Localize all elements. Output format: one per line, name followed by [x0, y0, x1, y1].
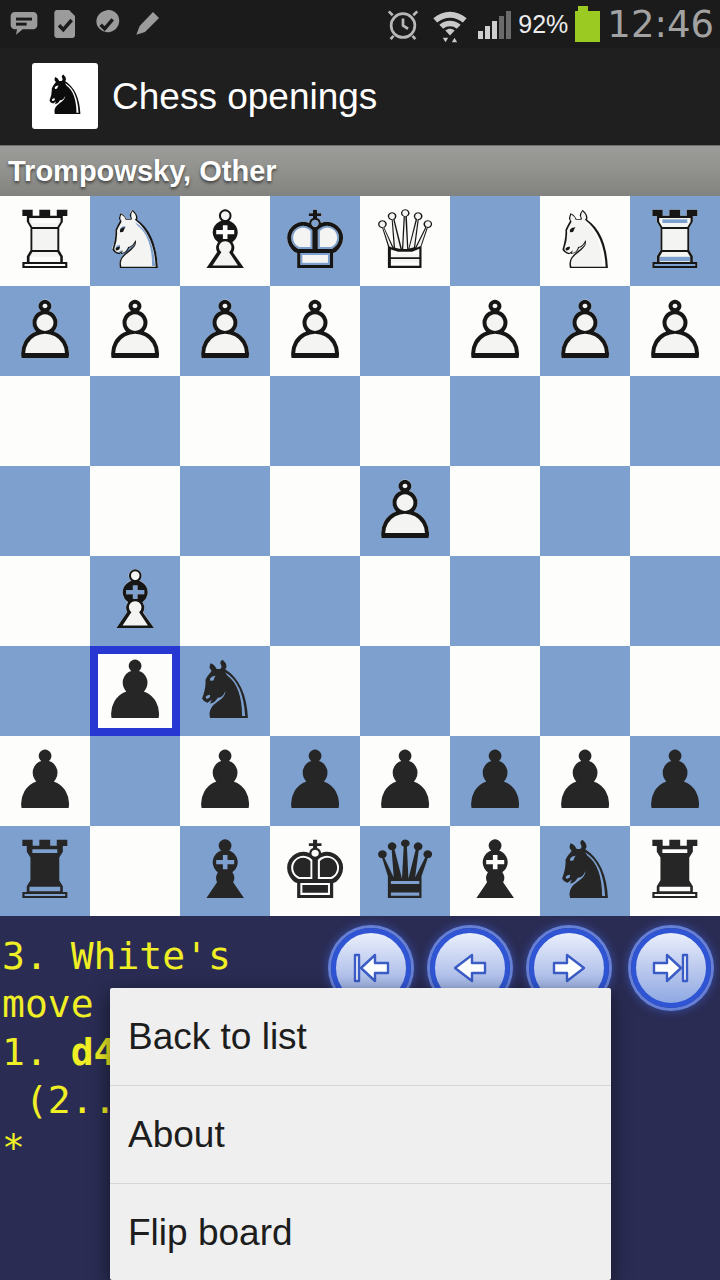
black-n-piece: ♞ — [540, 826, 630, 916]
white-piece-outline: ♕ — [360, 196, 450, 286]
square-e8[interactable]: ♚ — [270, 826, 360, 916]
first-arrow-icon — [349, 946, 393, 990]
square-b8[interactable]: ♞ — [540, 826, 630, 916]
square-g7[interactable] — [90, 736, 180, 826]
square-f5[interactable] — [180, 556, 270, 646]
wifi-icon — [429, 4, 471, 44]
menu-item-flip-board[interactable]: Flip board — [110, 1184, 611, 1280]
square-b6[interactable] — [540, 646, 630, 736]
square-c4[interactable] — [450, 466, 540, 556]
blob-check-icon — [90, 8, 122, 40]
square-f1[interactable]: ♝♗ — [180, 196, 270, 286]
square-g6[interactable]: ♟ — [90, 646, 180, 736]
last-move-button[interactable] — [631, 928, 711, 1008]
black-p-piece: ♟ — [450, 736, 540, 826]
square-e4[interactable] — [270, 466, 360, 556]
square-e7[interactable]: ♟ — [270, 736, 360, 826]
square-d8[interactable]: ♛ — [360, 826, 450, 916]
square-d6[interactable] — [360, 646, 450, 736]
white-piece-outline: ♙ — [0, 286, 90, 376]
white-piece-outline: ♗ — [180, 196, 270, 286]
white-piece-outline: ♘ — [90, 196, 180, 286]
last-arrow-icon — [649, 946, 693, 990]
square-g2[interactable]: ♟♙ — [90, 286, 180, 376]
square-c3[interactable] — [450, 376, 540, 466]
black-r-piece: ♜ — [630, 826, 720, 916]
white-piece-outline: ♙ — [540, 286, 630, 376]
square-a3[interactable] — [630, 376, 720, 466]
options-menu: Back to listAboutFlip board — [110, 988, 611, 1280]
square-f6[interactable]: ♞ — [180, 646, 270, 736]
white-piece-outline: ♙ — [270, 286, 360, 376]
square-g8[interactable] — [90, 826, 180, 916]
square-h5[interactable] — [0, 556, 90, 646]
black-k-piece: ♚ — [270, 826, 360, 916]
notification-icons — [0, 8, 163, 40]
black-p-piece: ♟ — [540, 736, 630, 826]
square-c2[interactable]: ♟♙ — [450, 286, 540, 376]
square-h6[interactable] — [0, 646, 90, 736]
chat-icon — [8, 8, 40, 40]
square-d5[interactable] — [360, 556, 450, 646]
square-f3[interactable] — [180, 376, 270, 466]
square-c8[interactable]: ♝ — [450, 826, 540, 916]
black-p-piece: ♟ — [630, 736, 720, 826]
white-piece-outline: ♔ — [270, 196, 360, 286]
menu-item-back-to-list[interactable]: Back to list — [110, 988, 611, 1085]
opening-name: Trompowsky, Other — [8, 155, 277, 188]
square-e6[interactable] — [270, 646, 360, 736]
square-b1[interactable]: ♞♘ — [540, 196, 630, 286]
square-d2[interactable] — [360, 286, 450, 376]
black-p-piece: ♟ — [360, 736, 450, 826]
square-f7[interactable]: ♟ — [180, 736, 270, 826]
square-a6[interactable] — [630, 646, 720, 736]
white-piece-outline: ♙ — [450, 286, 540, 376]
square-d7[interactable]: ♟ — [360, 736, 450, 826]
square-a7[interactable]: ♟ — [630, 736, 720, 826]
white-piece-outline: ♖ — [630, 196, 720, 286]
action-bar: ♞ Chess openings — [0, 48, 720, 145]
system-status-icons: 92% 12:46 — [384, 3, 720, 46]
square-b7[interactable]: ♟ — [540, 736, 630, 826]
square-d3[interactable] — [360, 376, 450, 466]
battery-percent: 92% — [518, 10, 568, 39]
square-e2[interactable]: ♟♙ — [270, 286, 360, 376]
black-b-piece: ♝ — [180, 826, 270, 916]
square-c6[interactable] — [450, 646, 540, 736]
square-g3[interactable] — [90, 376, 180, 466]
square-f2[interactable]: ♟♙ — [180, 286, 270, 376]
square-h1[interactable]: ♜♖ — [0, 196, 90, 286]
square-b4[interactable] — [540, 466, 630, 556]
square-a5[interactable] — [630, 556, 720, 646]
white-piece-outline: ♙ — [180, 286, 270, 376]
app-icon: ♞ — [32, 63, 98, 129]
status-bar: 92% 12:46 — [0, 0, 720, 48]
square-a4[interactable] — [630, 466, 720, 556]
square-b2[interactable]: ♟♙ — [540, 286, 630, 376]
black-p-piece: ♟ — [90, 646, 180, 736]
white-piece-outline: ♙ — [360, 466, 450, 556]
alarm-icon — [384, 5, 422, 43]
square-d1[interactable]: ♛♕ — [360, 196, 450, 286]
square-a8[interactable]: ♜ — [630, 826, 720, 916]
square-c5[interactable] — [450, 556, 540, 646]
square-e1[interactable]: ♚♔ — [270, 196, 360, 286]
black-b-piece: ♝ — [450, 826, 540, 916]
square-f4[interactable] — [180, 466, 270, 556]
signal-icon — [478, 9, 511, 39]
square-h3[interactable] — [0, 376, 90, 466]
square-c7[interactable]: ♟ — [450, 736, 540, 826]
square-a2[interactable]: ♟♙ — [630, 286, 720, 376]
chess-board: ♜♖♞♘♝♗♚♔♛♕♞♘♜♖♟♙♟♙♟♙♟♙♟♙♟♙♟♙♟♙♝♗♟♞♟♟♟♟♟♟… — [0, 196, 720, 916]
black-n-piece: ♞ — [180, 646, 270, 736]
screen: 92% 12:46 ♞ Chess openings Trompowsky, O… — [0, 0, 720, 1280]
square-a1[interactable]: ♜♖ — [630, 196, 720, 286]
black-p-piece: ♟ — [180, 736, 270, 826]
knight-icon: ♞ — [41, 69, 89, 123]
white-piece-outline: ♗ — [90, 556, 180, 646]
square-f8[interactable]: ♝ — [180, 826, 270, 916]
square-g4[interactable] — [90, 466, 180, 556]
white-piece-outline: ♙ — [630, 286, 720, 376]
pencil-icon — [131, 8, 163, 40]
black-r-piece: ♜ — [0, 826, 90, 916]
white-piece-outline: ♙ — [90, 286, 180, 376]
square-c1[interactable] — [450, 196, 540, 286]
prev-arrow-icon — [448, 946, 492, 990]
opening-name-bar: Trompowsky, Other — [0, 145, 720, 196]
square-g5[interactable]: ♝♗ — [90, 556, 180, 646]
white-piece-outline: ♖ — [0, 196, 90, 286]
square-e3[interactable] — [270, 376, 360, 466]
black-p-piece: ♟ — [270, 736, 360, 826]
square-b3[interactable] — [540, 376, 630, 466]
app-title: Chess openings — [112, 48, 377, 145]
square-h8[interactable]: ♜ — [0, 826, 90, 916]
square-h2[interactable]: ♟♙ — [0, 286, 90, 376]
square-b5[interactable] — [540, 556, 630, 646]
white-piece-outline: ♘ — [540, 196, 630, 286]
battery-icon — [575, 6, 600, 42]
square-e5[interactable] — [270, 556, 360, 646]
note-check-icon — [49, 8, 81, 40]
black-q-piece: ♛ — [360, 826, 450, 916]
square-g1[interactable]: ♞♘ — [90, 196, 180, 286]
square-h7[interactable]: ♟ — [0, 736, 90, 826]
black-p-piece: ♟ — [0, 736, 90, 826]
square-d4[interactable]: ♟♙ — [360, 466, 450, 556]
menu-item-about[interactable]: About — [110, 1086, 611, 1183]
clock: 12:46 — [607, 3, 714, 46]
square-h4[interactable] — [0, 466, 90, 556]
next-arrow-icon — [547, 946, 591, 990]
